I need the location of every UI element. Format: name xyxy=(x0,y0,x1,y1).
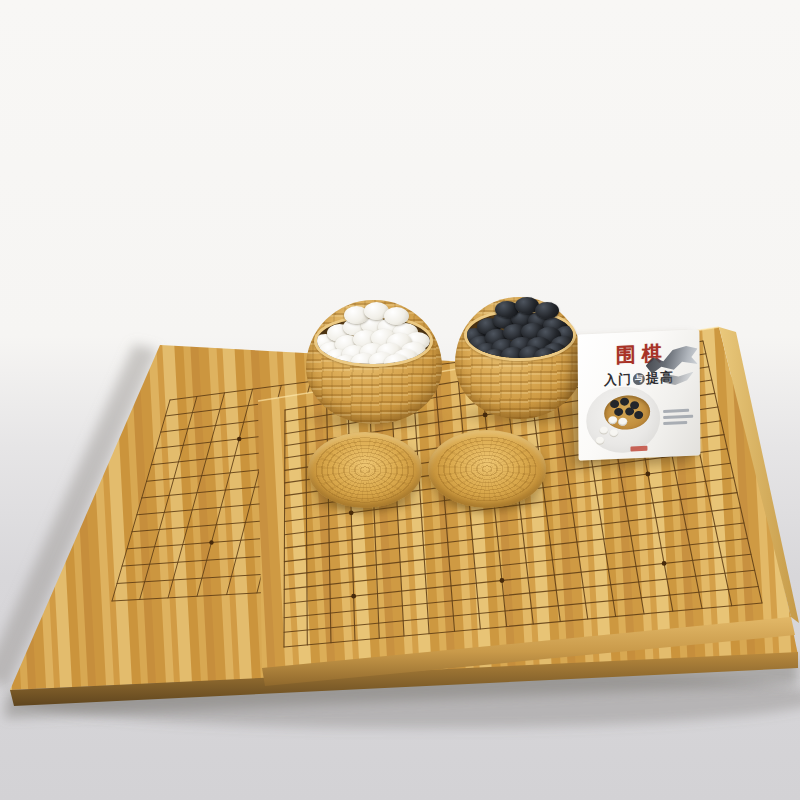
booklet-caption-lines xyxy=(663,406,693,428)
photo-white-stone xyxy=(609,429,618,437)
bowl-lid-right xyxy=(428,430,546,508)
white-stone-bowl xyxy=(306,300,442,424)
white-stones-pile xyxy=(317,318,430,364)
go-booklet: 围棋 入门与提高 xyxy=(578,329,701,460)
photo-white-stone xyxy=(599,426,608,434)
black-stones-pile xyxy=(467,312,573,358)
go-set-product-photo: 围棋 入门与提高 xyxy=(0,0,800,800)
black-stone-bowl xyxy=(455,297,583,419)
booklet-cover-photo xyxy=(586,385,661,454)
bowl-mouth xyxy=(464,309,576,361)
publisher-mark xyxy=(630,446,647,452)
subtitle-circle-char: 与 xyxy=(633,373,645,386)
bowl-mouth xyxy=(314,315,433,367)
bowl-lid-left xyxy=(308,432,422,508)
subtitle-part: 入门 xyxy=(604,371,632,387)
photo-white-stone xyxy=(595,437,604,445)
